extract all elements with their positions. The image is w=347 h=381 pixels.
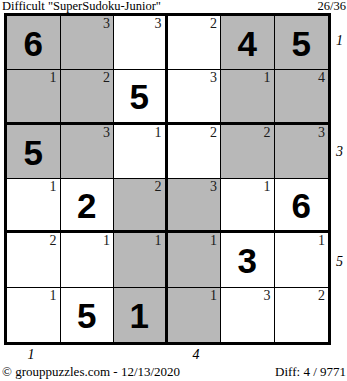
sudoku-board: 633245125314531223122316211131151132 bbox=[4, 13, 331, 345]
cell-r6c1[interactable]: 1 bbox=[7, 288, 61, 342]
pencil-mark: 3 bbox=[103, 125, 110, 141]
pencil-mark: 1 bbox=[155, 233, 162, 249]
pencil-mark: 1 bbox=[103, 233, 110, 249]
cell-r4c6[interactable]: 6 bbox=[275, 179, 329, 233]
cell-r2c2[interactable]: 2 bbox=[61, 70, 115, 124]
row-label-3: 3 bbox=[336, 145, 346, 159]
pencil-mark: 2 bbox=[103, 70, 110, 86]
pencil-mark: 2 bbox=[50, 233, 57, 249]
footer: © grouppuzzles.com - 12/13/2020 Diff: 4 … bbox=[2, 365, 346, 379]
given-digit: 6 bbox=[24, 26, 43, 61]
pencil-mark: 2 bbox=[155, 179, 162, 195]
cell-r6c6[interactable]: 2 bbox=[275, 288, 329, 342]
given-digit: 5 bbox=[77, 298, 96, 333]
pencil-mark: 2 bbox=[318, 288, 325, 304]
cell-r4c5[interactable]: 1 bbox=[221, 179, 275, 233]
pencil-mark: 3 bbox=[210, 70, 217, 86]
cell-r4c3[interactable]: 2 bbox=[114, 179, 168, 233]
cell-r5c2[interactable]: 1 bbox=[61, 233, 115, 287]
given-digit: 5 bbox=[292, 26, 311, 61]
cell-r1c3[interactable]: 3 bbox=[114, 16, 168, 70]
title-bar: Difficult "SuperSudoku-Junior" 26/36 bbox=[2, 0, 346, 12]
pencil-mark: 1 bbox=[50, 179, 57, 195]
pencil-mark: 2 bbox=[210, 16, 217, 32]
given-digit: 5 bbox=[130, 79, 149, 114]
cell-r2c1[interactable]: 1 bbox=[7, 70, 61, 124]
pencil-mark: 1 bbox=[155, 125, 162, 141]
pencil-mark: 1 bbox=[50, 288, 57, 304]
pencil-mark: 3 bbox=[103, 16, 110, 32]
cell-r1c1[interactable]: 6 bbox=[7, 16, 61, 70]
col-label-1: 1 bbox=[28, 348, 35, 362]
cell-r2c6[interactable]: 4 bbox=[275, 70, 329, 124]
cell-r5c1[interactable]: 2 bbox=[7, 233, 61, 287]
difficulty-id: Diff: 4 / 9771 bbox=[275, 365, 346, 379]
cell-r5c5[interactable]: 3 bbox=[221, 233, 275, 287]
pencil-mark: 1 bbox=[318, 233, 325, 249]
cell-r3c5[interactable]: 2 bbox=[221, 125, 275, 179]
cell-r4c4[interactable]: 3 bbox=[168, 179, 222, 233]
given-digit: 6 bbox=[292, 188, 311, 223]
cell-r3c4[interactable]: 2 bbox=[168, 125, 222, 179]
pencil-mark: 2 bbox=[210, 125, 217, 141]
given-digit: 1 bbox=[130, 298, 149, 333]
cell-r3c2[interactable]: 3 bbox=[61, 125, 115, 179]
cell-r5c6[interactable]: 1 bbox=[275, 233, 329, 287]
cell-r2c5[interactable]: 1 bbox=[221, 70, 275, 124]
given-digit: 2 bbox=[77, 188, 96, 223]
cell-r4c1[interactable]: 1 bbox=[7, 179, 61, 233]
pencil-mark: 2 bbox=[264, 125, 271, 141]
given-digit: 4 bbox=[238, 26, 257, 61]
cell-r5c4[interactable]: 1 bbox=[168, 233, 222, 287]
row-label-5: 5 bbox=[336, 255, 346, 269]
pencil-mark: 1 bbox=[50, 70, 57, 86]
row-label-1: 1 bbox=[336, 34, 346, 48]
col-label-4: 4 bbox=[193, 348, 200, 362]
cell-r1c5[interactable]: 4 bbox=[221, 16, 275, 70]
cell-r1c4[interactable]: 2 bbox=[168, 16, 222, 70]
pencil-mark: 1 bbox=[210, 288, 217, 304]
copyright-date: © grouppuzzles.com - 12/13/2020 bbox=[2, 365, 180, 379]
cell-r2c3[interactable]: 5 bbox=[114, 70, 168, 124]
cell-r6c5[interactable]: 3 bbox=[221, 288, 275, 342]
pencil-mark: 4 bbox=[318, 70, 325, 86]
cell-r1c6[interactable]: 5 bbox=[275, 16, 329, 70]
cell-r6c3[interactable]: 1 bbox=[114, 288, 168, 342]
puzzle-title: Difficult "SuperSudoku-Junior" bbox=[2, 0, 161, 12]
cell-r3c1[interactable]: 5 bbox=[7, 125, 61, 179]
pencil-mark: 3 bbox=[318, 125, 325, 141]
puzzle-page: Difficult "SuperSudoku-Junior" 26/36 633… bbox=[0, 0, 347, 381]
pencil-mark: 1 bbox=[264, 179, 271, 195]
pencil-mark: 1 bbox=[264, 70, 271, 86]
cell-r4c2[interactable]: 2 bbox=[61, 179, 115, 233]
pencil-mark: 1 bbox=[210, 233, 217, 249]
cell-r3c3[interactable]: 1 bbox=[114, 125, 168, 179]
cell-r3c6[interactable]: 3 bbox=[275, 125, 329, 179]
given-digit: 5 bbox=[24, 135, 43, 170]
pencil-mark: 3 bbox=[264, 288, 271, 304]
cell-r2c4[interactable]: 3 bbox=[168, 70, 222, 124]
cell-r6c4[interactable]: 1 bbox=[168, 288, 222, 342]
cell-r6c2[interactable]: 5 bbox=[61, 288, 115, 342]
cell-r5c3[interactable]: 1 bbox=[114, 233, 168, 287]
cell-r1c2[interactable]: 3 bbox=[61, 16, 115, 70]
pencil-mark: 3 bbox=[210, 179, 217, 195]
pencil-mark: 3 bbox=[155, 16, 162, 32]
cells-remaining-counter: 26/36 bbox=[318, 0, 346, 12]
given-digit: 3 bbox=[238, 243, 257, 278]
